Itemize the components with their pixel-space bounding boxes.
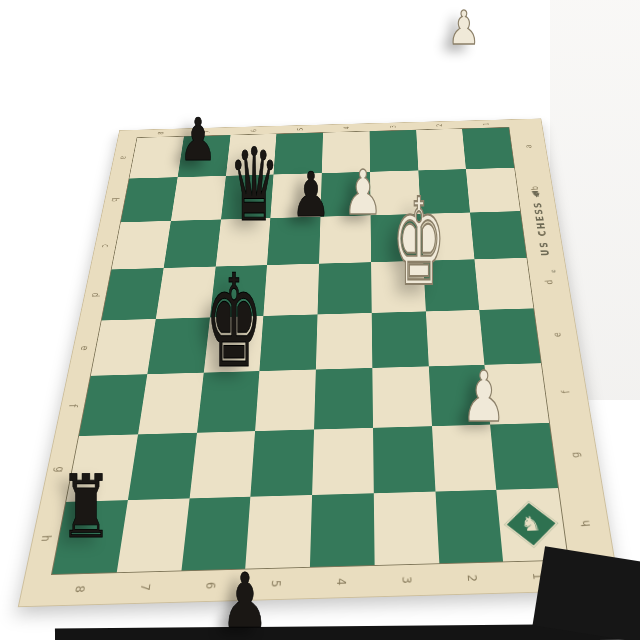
- corner-knight-icon: ♞: [520, 514, 543, 535]
- square-a8[interactable]: [129, 137, 183, 179]
- square-f8[interactable]: [79, 374, 147, 436]
- square-e3[interactable]: [371, 311, 428, 368]
- square-g7[interactable]: [128, 433, 197, 500]
- square-b2[interactable]: [418, 169, 470, 214]
- square-a3[interactable]: [369, 130, 418, 172]
- square-a7[interactable]: [177, 135, 230, 177]
- us-chess-corner-logo: ♞: [504, 501, 558, 548]
- square-e4[interactable]: [316, 313, 372, 370]
- square-h2[interactable]: [435, 490, 503, 563]
- square-g2[interactable]: [432, 425, 497, 492]
- square-f6[interactable]: [197, 371, 260, 433]
- square-d5[interactable]: [264, 264, 320, 316]
- square-g3[interactable]: [373, 426, 435, 493]
- square-h5[interactable]: [245, 495, 312, 569]
- square-f7[interactable]: [138, 373, 204, 435]
- square-a1[interactable]: [462, 127, 514, 169]
- square-h6[interactable]: [181, 497, 251, 571]
- scene: 87654321 87654321 abcdefgh ♞ US CHESS ® …: [0, 0, 640, 640]
- square-a2[interactable]: [416, 129, 466, 171]
- square-g6[interactable]: [189, 431, 255, 498]
- square-e7[interactable]: [147, 317, 209, 374]
- square-c7[interactable]: [163, 219, 220, 268]
- board-border: 87654321 87654321 abcdefgh ♞ US CHESS ® …: [18, 118, 620, 607]
- square-f5[interactable]: [255, 370, 316, 432]
- square-e5[interactable]: [260, 314, 318, 371]
- square-c6[interactable]: [215, 218, 270, 266]
- square-d8[interactable]: [102, 268, 164, 320]
- chess-board: 87654321 87654321 abcdefgh ♞ US CHESS ® …: [18, 118, 618, 605]
- square-g8[interactable]: [66, 434, 138, 501]
- square-c8[interactable]: [112, 221, 171, 270]
- white-pawn-icon: ♟: [448, 5, 480, 52]
- square-f2[interactable]: [428, 365, 490, 426]
- square-e6[interactable]: [203, 316, 263, 373]
- square-b8[interactable]: [121, 177, 178, 222]
- square-b6[interactable]: [221, 174, 274, 219]
- square-a4[interactable]: [322, 131, 370, 173]
- square-g5[interactable]: [251, 429, 314, 496]
- square-b3[interactable]: [370, 170, 420, 215]
- squares: ♞: [51, 127, 569, 575]
- square-e2[interactable]: [425, 310, 484, 366]
- square-a5[interactable]: [274, 133, 323, 175]
- square-f3[interactable]: [372, 366, 431, 427]
- square-f1[interactable]: [485, 363, 549, 424]
- square-b7[interactable]: [171, 176, 226, 221]
- square-d4[interactable]: [318, 262, 372, 314]
- square-b5[interactable]: [271, 173, 322, 218]
- square-g1[interactable]: [490, 423, 558, 490]
- table-corner-shadow: [533, 546, 640, 640]
- square-d7[interactable]: [156, 267, 216, 319]
- square-d2[interactable]: [423, 259, 480, 311]
- square-c4[interactable]: [319, 215, 371, 263]
- square-h7[interactable]: [117, 498, 190, 572]
- square-h8[interactable]: [52, 500, 128, 574]
- square-g4[interactable]: [312, 428, 373, 495]
- square-f4[interactable]: [314, 368, 373, 430]
- square-e8[interactable]: [91, 319, 156, 376]
- piece-white-pawn-a2[interactable]: ♟: [448, 16, 480, 52]
- square-c1[interactable]: [470, 211, 526, 259]
- square-e1[interactable]: [479, 308, 540, 364]
- square-a6[interactable]: [226, 134, 277, 176]
- square-h4[interactable]: [310, 493, 374, 567]
- square-c2[interactable]: [420, 213, 474, 261]
- square-d3[interactable]: [371, 261, 426, 313]
- square-h3[interactable]: [374, 492, 439, 566]
- square-c3[interactable]: [370, 214, 422, 262]
- square-d6[interactable]: [210, 265, 268, 317]
- square-d1[interactable]: [475, 258, 534, 310]
- square-c5[interactable]: [267, 217, 320, 265]
- square-b4[interactable]: [320, 172, 370, 217]
- square-b1[interactable]: [466, 168, 520, 213]
